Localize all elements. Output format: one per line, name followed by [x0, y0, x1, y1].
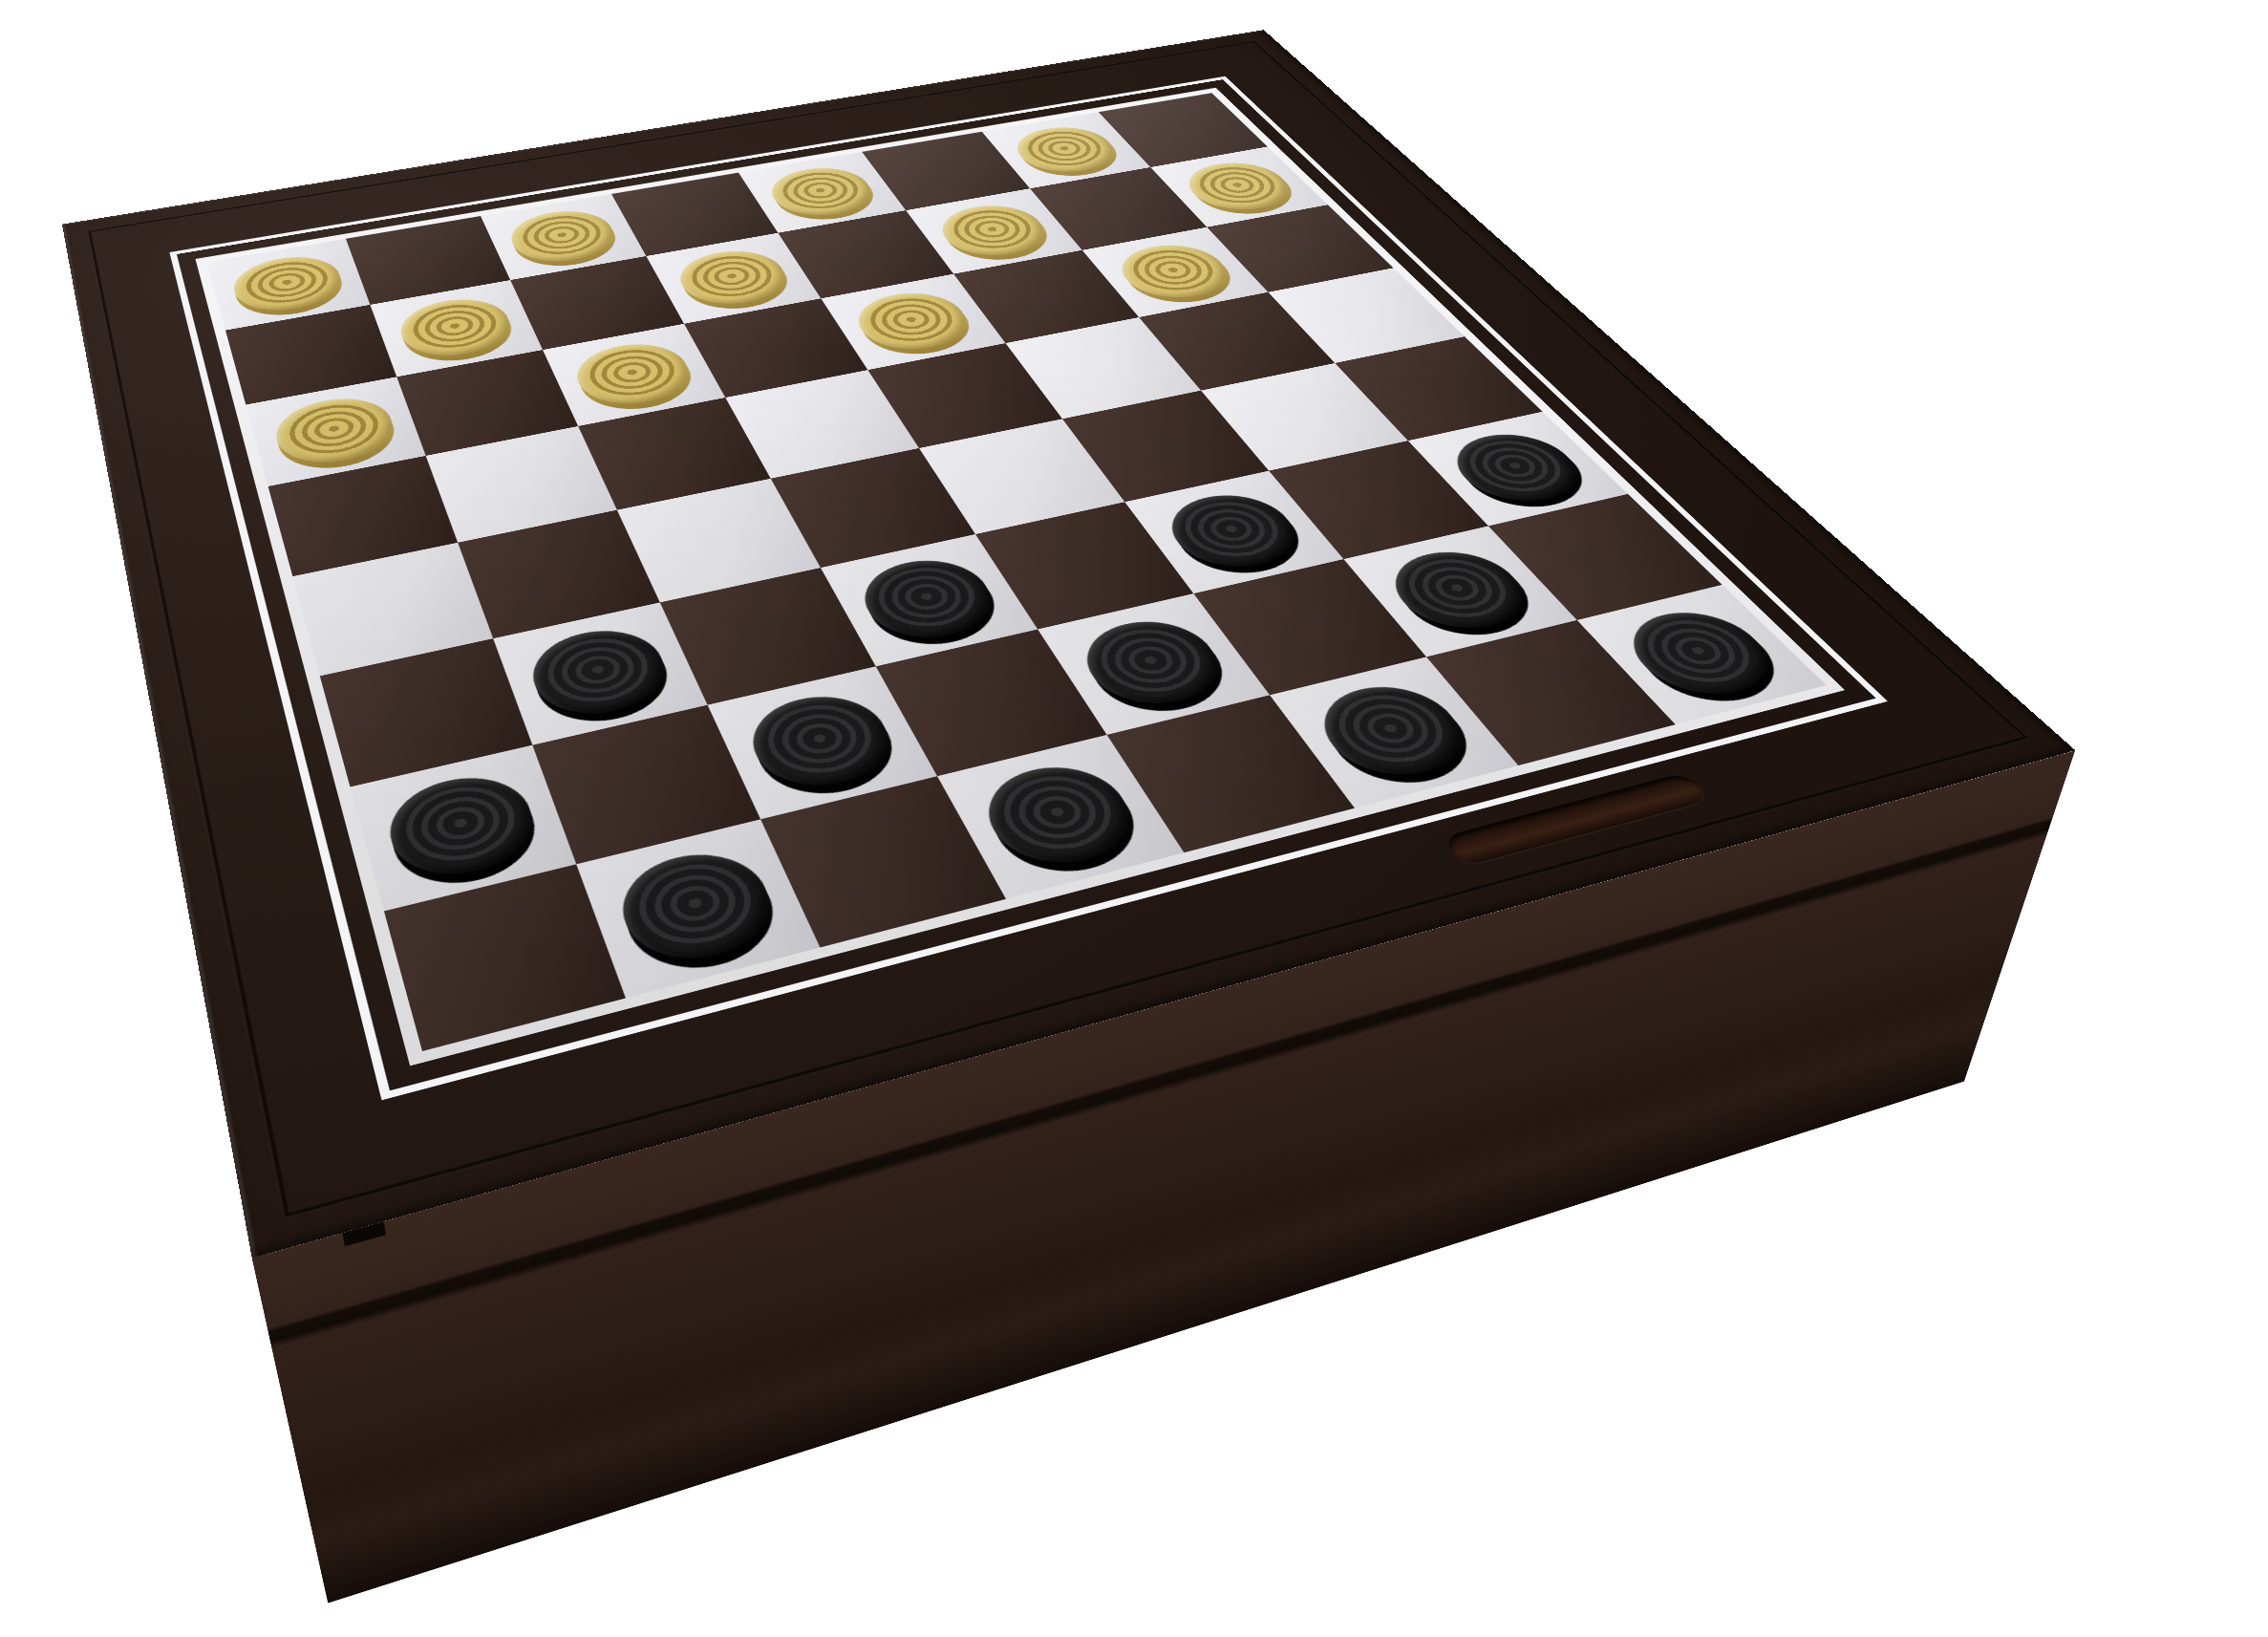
piece-top — [608, 841, 787, 973]
checker-yellow-e8[interactable] — [760, 162, 884, 222]
piece-top — [1301, 675, 1485, 786]
game-box — [62, 30, 2075, 1258]
piece-top — [567, 336, 701, 412]
checker-yellow-c6[interactable] — [567, 336, 701, 412]
piece-top — [1153, 485, 1315, 576]
piece-shadow — [1318, 691, 1491, 793]
checker-black-f1[interactable] — [1301, 675, 1485, 786]
checker-yellow-a8[interactable] — [227, 249, 348, 317]
piece-shadow — [531, 635, 682, 730]
piece-side — [524, 627, 682, 733]
checker-yellow-b7[interactable] — [393, 291, 520, 363]
piece-top — [1173, 157, 1304, 216]
piece-top — [848, 550, 1008, 648]
checker-yellow-h7[interactable] — [1173, 157, 1304, 216]
piece-top — [929, 199, 1059, 262]
checker-yellow-g6[interactable] — [1106, 238, 1243, 304]
piece-shadow — [1451, 438, 1603, 514]
product-photo-scene — [0, 0, 2268, 1637]
checker-yellow-f7[interactable] — [929, 199, 1059, 262]
piece-top — [1106, 238, 1243, 304]
piece-top — [760, 162, 884, 222]
checker-black-b1[interactable] — [608, 841, 787, 973]
checker-black-f3[interactable] — [1153, 485, 1315, 576]
piece-shadow — [619, 859, 790, 980]
checker-black-d3[interactable] — [848, 550, 1008, 648]
checker-black-d1[interactable] — [969, 754, 1150, 875]
piece-top — [969, 754, 1150, 875]
piece-side — [1308, 682, 1492, 795]
piece-top — [393, 291, 520, 363]
